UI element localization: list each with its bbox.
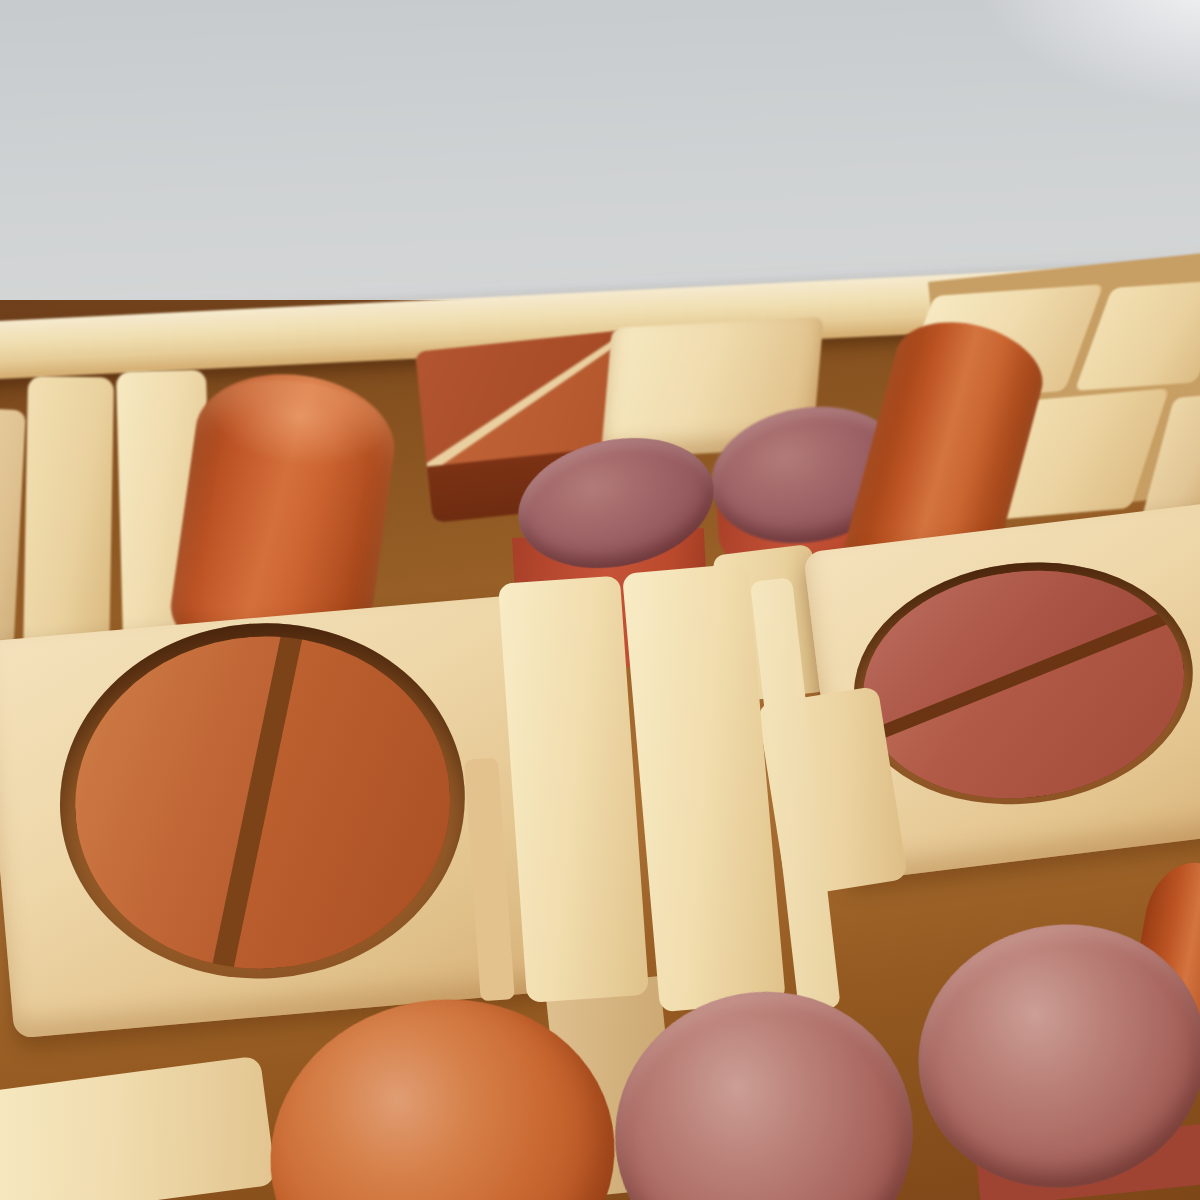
plank-back-left-1: [23, 376, 114, 659]
photo-stage: [0, 0, 1200, 1200]
